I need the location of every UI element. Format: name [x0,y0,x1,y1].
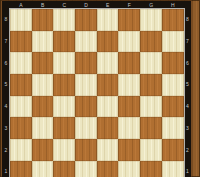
square-d8[interactable] [75,9,97,31]
square-b2[interactable] [32,139,54,161]
square-a1[interactable] [10,161,32,177]
square-g6[interactable] [140,52,162,74]
square-d5[interactable] [75,74,97,96]
square-d7[interactable] [75,31,97,53]
square-a8[interactable] [10,9,32,31]
rank-label-left-1: 1 [2,161,10,177]
rank-label-left-5: 5 [2,74,10,96]
square-f4[interactable] [118,96,140,118]
square-h4[interactable] [162,96,184,118]
square-e1[interactable] [97,161,119,177]
square-a4[interactable] [10,96,32,118]
file-label-h: H [162,1,184,9]
rank-label-left-7: 7 [2,31,10,53]
square-d1[interactable] [75,161,97,177]
square-f2[interactable] [118,139,140,161]
rank-label-right-8: 8 [184,9,191,31]
rank-label-right-1: 1 [184,161,191,177]
square-a3[interactable] [10,117,32,139]
square-g7[interactable] [140,31,162,53]
rank-label-right-6: 6 [184,52,191,74]
square-b1[interactable] [32,161,54,177]
square-c2[interactable] [53,139,75,161]
file-label-g: G [140,1,162,9]
square-f3[interactable] [118,117,140,139]
rank-label-right-4: 4 [184,96,191,118]
file-label-c: C [53,1,75,9]
square-e5[interactable] [97,74,119,96]
square-c4[interactable] [53,96,75,118]
square-h5[interactable] [162,74,184,96]
square-b3[interactable] [32,117,54,139]
square-h8[interactable] [162,9,184,31]
square-e2[interactable] [97,139,119,161]
square-h3[interactable] [162,117,184,139]
square-h6[interactable] [162,52,184,74]
square-e8[interactable] [97,9,119,31]
square-d2[interactable] [75,139,97,161]
square-h2[interactable] [162,139,184,161]
square-h7[interactable] [162,31,184,53]
square-a6[interactable] [10,52,32,74]
file-labels-top: ABCDEFGH [10,1,184,9]
square-b8[interactable] [32,9,54,31]
rank-label-right-5: 5 [184,74,191,96]
rank-label-right-3: 3 [184,118,191,140]
square-a2[interactable] [10,139,32,161]
square-b7[interactable] [32,31,54,53]
square-e7[interactable] [97,31,119,53]
rank-label-right-2: 2 [184,139,191,161]
rank-label-left-2: 2 [2,139,10,161]
square-a7[interactable] [10,31,32,53]
rank-label-left-8: 8 [2,9,10,31]
file-label-a: A [10,1,32,9]
square-c5[interactable] [53,74,75,96]
square-f5[interactable] [118,74,140,96]
rank-label-left-4: 4 [2,96,10,118]
square-e4[interactable] [97,96,119,118]
square-f7[interactable] [118,31,140,53]
rank-label-left-6: 6 [2,52,10,74]
square-g4[interactable] [140,96,162,118]
square-b5[interactable] [32,74,54,96]
square-g2[interactable] [140,139,162,161]
square-c1[interactable] [53,161,75,177]
square-f8[interactable] [118,9,140,31]
file-label-f: F [119,1,141,9]
file-label-d: D [75,1,97,9]
rank-labels-right: 87654321 [184,9,191,177]
chessboard [10,9,184,177]
square-d4[interactable] [75,96,97,118]
square-c8[interactable] [53,9,75,31]
square-c3[interactable] [53,117,75,139]
square-g3[interactable] [140,117,162,139]
square-d6[interactable] [75,52,97,74]
file-label-b: B [32,1,54,9]
square-b6[interactable] [32,52,54,74]
square-c7[interactable] [53,31,75,53]
square-f6[interactable] [118,52,140,74]
square-a5[interactable] [10,74,32,96]
file-label-e: E [97,1,119,9]
square-d3[interactable] [75,117,97,139]
square-g5[interactable] [140,74,162,96]
square-f1[interactable] [118,161,140,177]
square-b4[interactable] [32,96,54,118]
rank-label-left-3: 3 [2,118,10,140]
rank-label-right-7: 7 [184,31,191,53]
square-g1[interactable] [140,161,162,177]
chessboard-photo: ABCDEFGH 87654321 87654321 [0,0,200,177]
square-c6[interactable] [53,52,75,74]
square-e6[interactable] [97,52,119,74]
rank-labels-left: 87654321 [2,9,10,177]
square-h1[interactable] [162,161,184,177]
square-e3[interactable] [97,117,119,139]
square-g8[interactable] [140,9,162,31]
